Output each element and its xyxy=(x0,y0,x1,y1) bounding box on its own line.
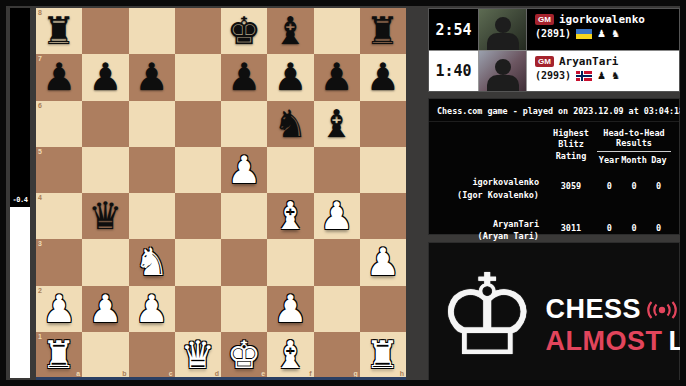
square-h4[interactable] xyxy=(360,193,406,239)
white-player-username: AryanTari xyxy=(559,55,619,68)
square-a2[interactable]: 2♟ xyxy=(36,286,82,332)
square-f1[interactable]: f♝ xyxy=(267,332,313,378)
black-player-avatar xyxy=(479,9,527,50)
square-a6[interactable]: 6 xyxy=(36,101,82,147)
square-d7[interactable] xyxy=(175,54,221,100)
chess-almost-live-logo: ♔ CHESS ALMOSTLIVE xyxy=(428,242,680,381)
gm-title-badge: GM xyxy=(535,56,554,67)
white-pawn-e5: ♟ xyxy=(221,147,267,193)
row1-realname: (Igor Kovalenko) xyxy=(437,189,539,202)
square-b4[interactable]: ♛ xyxy=(82,193,128,239)
square-d4[interactable] xyxy=(175,193,221,239)
square-h1[interactable]: h♜ xyxy=(360,332,406,378)
square-d2[interactable] xyxy=(175,286,221,332)
square-a3[interactable]: 3 xyxy=(36,239,82,285)
knight-icon: ♞ xyxy=(611,29,620,39)
white-pawn-h3: ♟ xyxy=(360,239,406,285)
square-e8[interactable]: ♚ xyxy=(221,8,267,54)
header-month: Month xyxy=(621,155,647,165)
square-c3[interactable]: ♞ xyxy=(129,239,175,285)
black-player-username: igorkovalenko xyxy=(559,13,645,26)
square-c1[interactable]: c xyxy=(129,332,175,378)
square-g7[interactable]: ♟ xyxy=(314,54,360,100)
row2-year: 0 xyxy=(597,223,622,233)
square-b7[interactable]: ♟ xyxy=(82,54,128,100)
white-knight-c3: ♞ xyxy=(129,239,175,285)
square-a7[interactable]: 7♟ xyxy=(36,54,82,100)
evaluation-bar: -0.4 xyxy=(10,8,30,378)
black-knight-f6: ♞ xyxy=(267,101,313,147)
players-panel: 2:54 GM igorkovalenko (2891) ♟ ♞ 1 xyxy=(428,8,680,92)
square-c5[interactable] xyxy=(129,147,175,193)
logo-word-chess: CHESS xyxy=(545,294,641,325)
square-e6[interactable] xyxy=(221,101,267,147)
square-g6[interactable]: ♝ xyxy=(314,101,360,147)
square-c6[interactable] xyxy=(129,101,175,147)
board-bottom-strip xyxy=(36,377,406,380)
file-label-b: b xyxy=(122,370,126,377)
black-pawn-f7: ♟ xyxy=(267,54,313,100)
black-clock: 2:54 xyxy=(429,9,479,50)
white-pawn-f2: ♟ xyxy=(267,286,313,332)
square-g4[interactable]: ♟ xyxy=(314,193,360,239)
row2-month: 0 xyxy=(622,223,647,233)
black-bishop-f8: ♝ xyxy=(267,8,313,54)
row1-highest-rating: 3059 xyxy=(545,176,597,191)
white-player-info: GM AryanTari (2993) ♟ ♞ xyxy=(527,51,679,91)
square-e1[interactable]: e♚ xyxy=(221,332,267,378)
square-d8[interactable] xyxy=(175,8,221,54)
square-h8[interactable]: ♜ xyxy=(360,8,406,54)
rank-label-2: 2 xyxy=(38,287,42,294)
white-bishop-f4: ♝ xyxy=(267,193,313,239)
black-rook-a8: ♜ xyxy=(36,8,82,54)
norway-flag-icon xyxy=(576,71,592,81)
broadcast-icon xyxy=(647,301,677,319)
square-f7[interactable]: ♟ xyxy=(267,54,313,100)
row2-realname: (Aryan Tari) xyxy=(437,230,539,243)
square-g8[interactable] xyxy=(314,8,360,54)
square-a4[interactable]: 4 xyxy=(36,193,82,239)
square-g2[interactable] xyxy=(314,286,360,332)
black-pawn-h7: ♟ xyxy=(360,54,406,100)
rank-label-3: 3 xyxy=(38,240,42,247)
square-h6[interactable] xyxy=(360,101,406,147)
file-label-e: e xyxy=(261,370,265,377)
table-row: igorkovalenko (Igor Kovalenko) 3059 0 0 … xyxy=(437,176,671,202)
square-a5[interactable]: 5 xyxy=(36,147,82,193)
file-label-h: h xyxy=(400,370,404,377)
rank-label-5: 5 xyxy=(38,148,42,155)
square-a1[interactable]: 1a♜ xyxy=(36,332,82,378)
pawn-icon: ♟ xyxy=(597,29,606,39)
square-h2[interactable] xyxy=(360,286,406,332)
ukraine-flag-icon xyxy=(576,29,592,39)
white-bishop-f1: ♝ xyxy=(267,332,313,378)
white-king-e1: ♚ xyxy=(221,332,267,378)
file-label-d: d xyxy=(215,370,219,377)
square-b3[interactable] xyxy=(82,239,128,285)
rank-label-8: 8 xyxy=(38,9,42,16)
black-rook-h8: ♜ xyxy=(360,8,406,54)
black-bishop-g6: ♝ xyxy=(314,101,360,147)
header-highest-blitz-rating: Highest Blitz Rating xyxy=(545,128,597,162)
square-d6[interactable] xyxy=(175,101,221,147)
right-panel: 2:54 GM igorkovalenko (2891) ♟ ♞ 1 xyxy=(428,8,680,381)
player-row-black: 2:54 GM igorkovalenko (2891) ♟ ♞ xyxy=(429,9,679,50)
file-label-a: a xyxy=(76,370,80,377)
black-player-info: GM igorkovalenko (2891) ♟ ♞ xyxy=(527,9,679,50)
black-pawn-a7: ♟ xyxy=(36,54,82,100)
square-e3[interactable] xyxy=(221,239,267,285)
white-pawn-a2: ♟ xyxy=(36,286,82,332)
black-pawn-e7: ♟ xyxy=(221,54,267,100)
square-b6[interactable] xyxy=(82,101,128,147)
black-pawn-b7: ♟ xyxy=(82,54,128,100)
table-row: AryanTari (Aryan Tari) 3011 0 0 0 xyxy=(437,218,671,244)
square-d1[interactable]: d♛ xyxy=(175,332,221,378)
game-info-panel: Chess.com game - played on 2023.12.09 at… xyxy=(428,98,680,235)
header-h2h-results: Head-to-Head Results xyxy=(597,128,671,152)
square-b2[interactable]: ♟ xyxy=(82,286,128,332)
black-queen-b4: ♛ xyxy=(82,193,128,239)
logo-word-live: LIVE xyxy=(668,326,686,356)
game-info-title: Chess.com game - played on 2023.12.09 at… xyxy=(429,99,679,122)
rank-label-6: 6 xyxy=(38,102,42,109)
square-b8[interactable] xyxy=(82,8,128,54)
black-king-e8: ♚ xyxy=(221,8,267,54)
square-e4[interactable] xyxy=(221,193,267,239)
square-b1[interactable]: b xyxy=(82,332,128,378)
square-f5[interactable] xyxy=(267,147,313,193)
white-player-rating: (2993) xyxy=(535,70,571,81)
rank-label-4: 4 xyxy=(38,194,42,201)
head-to-head-table: Highest Blitz Rating Head-to-Head Result… xyxy=(429,122,679,243)
square-h7[interactable]: ♟ xyxy=(360,54,406,100)
row1-day: 0 xyxy=(646,181,671,191)
square-h3[interactable]: ♟ xyxy=(360,239,406,285)
rank-label-7: 7 xyxy=(38,55,42,62)
evaluation-value: -0.4 xyxy=(10,196,30,204)
rank-label-1: 1 xyxy=(38,333,42,340)
file-label-c: c xyxy=(169,370,173,377)
row1-month: 0 xyxy=(622,181,647,191)
square-g1[interactable]: g xyxy=(314,332,360,378)
black-pawn-c7: ♟ xyxy=(129,54,175,100)
square-f4[interactable]: ♝ xyxy=(267,193,313,239)
square-g3[interactable] xyxy=(314,239,360,285)
square-c4[interactable] xyxy=(129,193,175,239)
file-label-g: g xyxy=(353,370,357,377)
square-g5[interactable] xyxy=(314,147,360,193)
file-label-f: f xyxy=(309,370,311,377)
gm-title-badge: GM xyxy=(535,14,554,25)
row1-year: 0 xyxy=(597,181,622,191)
square-e7[interactable]: ♟ xyxy=(221,54,267,100)
square-d3[interactable] xyxy=(175,239,221,285)
pawn-icon: ♟ xyxy=(597,71,606,81)
white-rook-a1: ♜ xyxy=(36,332,82,378)
square-b5[interactable] xyxy=(82,147,128,193)
header-day: Day xyxy=(647,155,671,165)
square-a8[interactable]: 8♜ xyxy=(36,8,82,54)
logo-word-almost: ALMOST xyxy=(545,326,662,356)
square-c2[interactable]: ♟ xyxy=(129,286,175,332)
square-c7[interactable]: ♟ xyxy=(129,54,175,100)
square-f6[interactable]: ♞ xyxy=(267,101,313,147)
row2-username: AryanTari xyxy=(437,218,539,231)
white-pawn-b2: ♟ xyxy=(82,286,128,332)
white-pawn-c2: ♟ xyxy=(129,286,175,332)
white-clock: 1:40 xyxy=(429,51,479,91)
row2-day: 0 xyxy=(646,223,671,233)
stream-overlay: -0.4 8♜♚♝♜7♟♟♟♟♟♟♟6♞♝5♟4♛♝♟3♞♟2♟♟♟♟1a♜bc… xyxy=(0,0,686,386)
white-player-avatar xyxy=(479,51,527,91)
square-f3[interactable] xyxy=(267,239,313,285)
row2-highest-rating: 3011 xyxy=(545,218,597,233)
knight-icon: ♞ xyxy=(611,71,620,81)
square-c8[interactable] xyxy=(129,8,175,54)
row1-username: igorkovalenko xyxy=(437,176,539,189)
black-player-rating: (2891) xyxy=(535,28,571,39)
square-e5[interactable]: ♟ xyxy=(221,147,267,193)
square-f8[interactable]: ♝ xyxy=(267,8,313,54)
square-d5[interactable] xyxy=(175,147,221,193)
chess-board[interactable]: 8♜♚♝♜7♟♟♟♟♟♟♟6♞♝5♟4♛♝♟3♞♟2♟♟♟♟1a♜bcd♛e♚f… xyxy=(36,8,406,378)
square-f2[interactable]: ♟ xyxy=(267,286,313,332)
white-pawn-g4: ♟ xyxy=(314,193,360,239)
square-e2[interactable] xyxy=(221,286,267,332)
black-pawn-g7: ♟ xyxy=(314,54,360,100)
square-h5[interactable] xyxy=(360,147,406,193)
header-year: Year xyxy=(597,155,621,165)
evaluation-bar-black-portion xyxy=(10,8,30,207)
king-sketch-icon: ♔ xyxy=(437,259,537,371)
player-row-white: 1:40 GM AryanTari (2993) ♟ ♞ xyxy=(429,50,679,91)
